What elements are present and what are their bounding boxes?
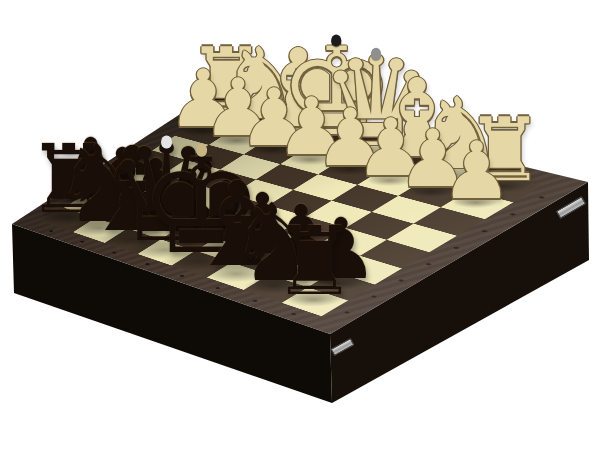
frame-dot [290, 313, 297, 316]
frame-dot [215, 287, 221, 290]
frame-dot [453, 246, 460, 249]
frame-dot [49, 230, 54, 232]
frame-dot [538, 196, 546, 199]
frame-dot [179, 275, 185, 278]
frame-dot [344, 311, 351, 314]
frame-dot [398, 279, 405, 282]
frame-dot [145, 263, 151, 266]
chess-set-photo: ♜♞♝♚♛♝♞♜♟♟♟♟♟♟♟♟♟♟♟♟♟♟♟♟♜♞♝♛♚♝♞♜ [0, 0, 600, 450]
frame-dot [425, 263, 432, 266]
frame-dot [370, 295, 377, 298]
finial-dot [331, 34, 341, 46]
frame-dot [252, 299, 258, 302]
frame-dot [509, 213, 516, 216]
frame-dot [481, 230, 488, 233]
frame-dot [111, 251, 117, 254]
frame-dot [79, 240, 84, 242]
finial-dot [371, 48, 381, 60]
